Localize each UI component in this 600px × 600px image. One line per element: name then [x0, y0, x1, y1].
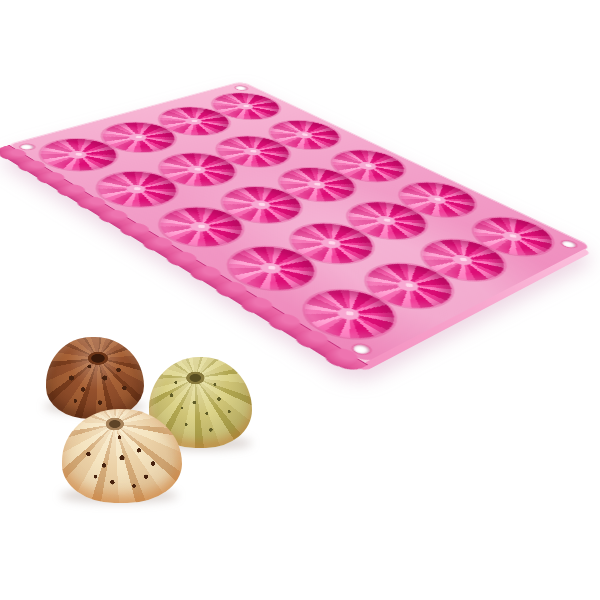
silicone-mold-tray	[5, 81, 592, 365]
product-photo-canvas	[0, 0, 600, 600]
silicone-mold	[0, 0, 600, 600]
